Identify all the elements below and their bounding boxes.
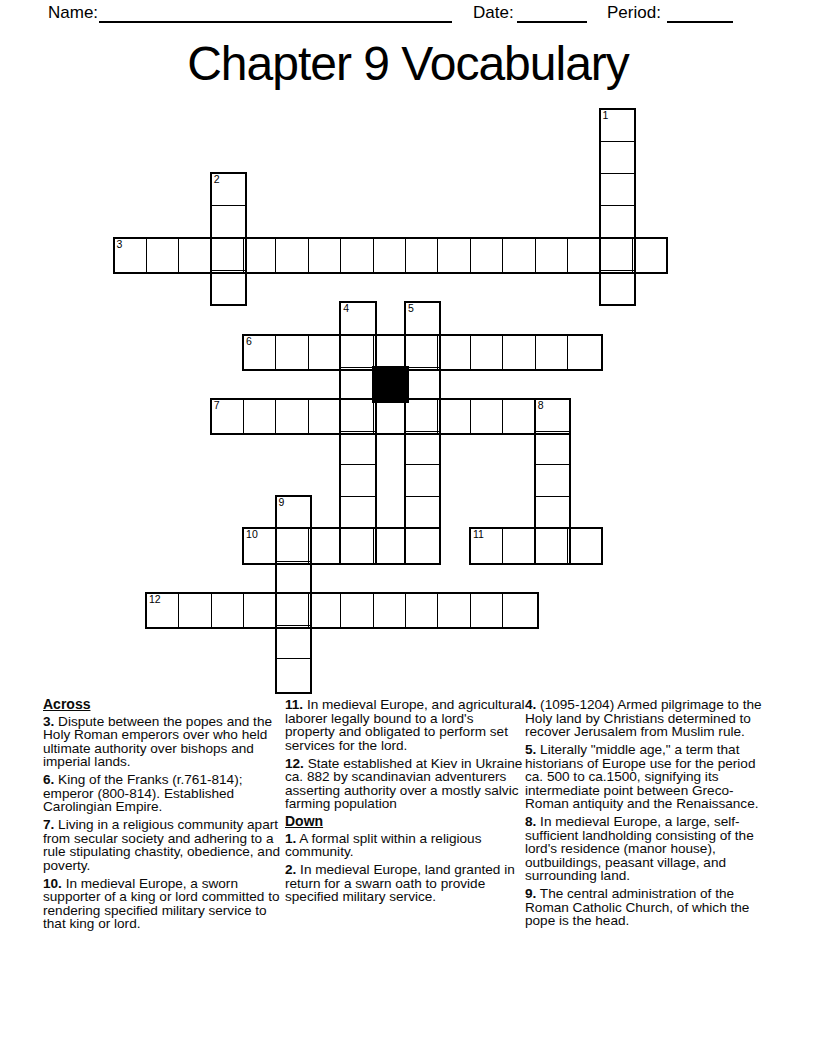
cell[interactable] bbox=[341, 432, 374, 464]
cell[interactable] bbox=[471, 239, 503, 272]
cell[interactable] bbox=[406, 465, 439, 497]
cell[interactable] bbox=[503, 594, 535, 627]
clues-column-1: Across3. Dispute between the popes and t… bbox=[43, 698, 283, 935]
cell[interactable] bbox=[244, 239, 276, 272]
clue-number: 3 bbox=[117, 239, 123, 250]
cell[interactable] bbox=[406, 336, 438, 369]
cell[interactable] bbox=[536, 432, 569, 464]
worksheet-page: Name: Date: Period: Chapter 9 Vocabulary… bbox=[0, 0, 816, 1056]
clue-12-across: 12. State established at Kiev in Ukraine… bbox=[285, 757, 525, 811]
cell[interactable] bbox=[147, 239, 179, 272]
cell[interactable] bbox=[276, 529, 308, 562]
cell[interactable] bbox=[341, 239, 373, 272]
cell[interactable] bbox=[536, 336, 568, 369]
word-10-across: 10 bbox=[242, 527, 441, 564]
cell[interactable] bbox=[406, 239, 438, 272]
cell[interactable] bbox=[568, 239, 600, 272]
cell[interactable] bbox=[309, 594, 341, 627]
clue-number: 2 bbox=[214, 174, 220, 185]
down-header: Down bbox=[285, 815, 525, 829]
clue-number-label: 7. bbox=[43, 817, 54, 832]
cell[interactable] bbox=[374, 400, 406, 433]
clue-number: 5 bbox=[408, 303, 414, 314]
clue-number: 7 bbox=[214, 400, 220, 411]
clue-8-down: 8. In medieval Europe, a large, self-suf… bbox=[525, 815, 765, 883]
cell[interactable] bbox=[341, 465, 374, 497]
cell[interactable] bbox=[374, 529, 406, 562]
cell[interactable] bbox=[277, 562, 310, 594]
cell[interactable] bbox=[309, 239, 341, 272]
cell[interactable] bbox=[438, 336, 470, 369]
cell[interactable] bbox=[374, 594, 406, 627]
cell[interactable] bbox=[568, 336, 600, 369]
cell[interactable] bbox=[277, 626, 310, 658]
clue-number: 9 bbox=[279, 497, 285, 508]
cell[interactable] bbox=[341, 400, 373, 433]
clue-number-label: 9. bbox=[525, 886, 536, 901]
cell[interactable] bbox=[536, 239, 568, 272]
cell[interactable] bbox=[471, 336, 503, 369]
clue-number: 11 bbox=[473, 529, 484, 540]
clue-7-across: 7. Living in a religious community apart… bbox=[43, 818, 283, 872]
cell[interactable] bbox=[277, 659, 310, 691]
clue-6-across: 6. King of the Franks (r.761-814); emper… bbox=[43, 773, 283, 814]
cell[interactable] bbox=[536, 529, 568, 562]
cell[interactable] bbox=[341, 497, 374, 529]
clue-number: 8 bbox=[538, 400, 544, 411]
black-cell bbox=[372, 366, 409, 403]
word-12-across: 12 bbox=[145, 592, 539, 629]
cell[interactable] bbox=[276, 336, 308, 369]
cell[interactable] bbox=[309, 400, 341, 433]
cell[interactable] bbox=[341, 336, 373, 369]
clue-3-across: 3. Dispute between the popes and the Hol… bbox=[43, 715, 283, 769]
cell[interactable] bbox=[276, 400, 308, 433]
cell[interactable] bbox=[244, 400, 276, 433]
cell[interactable] bbox=[212, 271, 245, 303]
cell[interactable] bbox=[600, 239, 632, 272]
cell[interactable] bbox=[503, 400, 535, 433]
cell[interactable] bbox=[601, 271, 634, 303]
clue-number: 4 bbox=[343, 303, 349, 314]
clue-5-down: 5. Literally "middle age," a term that h… bbox=[525, 743, 765, 811]
cell[interactable] bbox=[374, 336, 406, 369]
clue-number: 1 bbox=[603, 110, 609, 121]
clue-number-label: 12. bbox=[285, 756, 304, 771]
crossword-grid: 123456789101112 bbox=[0, 0, 816, 700]
cell[interactable] bbox=[276, 594, 308, 627]
clue-number-label: 6. bbox=[43, 772, 54, 787]
cell[interactable] bbox=[341, 529, 373, 562]
cell[interactable] bbox=[212, 206, 245, 238]
clue-1-down: 1. A formal split within a religious com… bbox=[285, 832, 525, 859]
clues-column-3: 4. (1095-1204) Armed pilgrimage to the H… bbox=[525, 698, 765, 932]
word-6-across: 6 bbox=[242, 334, 603, 371]
cell[interactable] bbox=[309, 529, 341, 562]
word-3-across: 3 bbox=[113, 237, 669, 274]
across-header: Across bbox=[43, 698, 283, 712]
clue-number-label: 1. bbox=[285, 831, 296, 846]
word-11-across: 11 bbox=[469, 527, 604, 564]
cell[interactable] bbox=[503, 239, 535, 272]
cell[interactable] bbox=[536, 465, 569, 497]
cell[interactable] bbox=[244, 594, 276, 627]
cell[interactable] bbox=[374, 239, 406, 272]
clue-number-label: 5. bbox=[525, 742, 536, 757]
cell[interactable] bbox=[406, 497, 439, 529]
cell[interactable] bbox=[471, 400, 503, 433]
cell[interactable] bbox=[406, 594, 438, 627]
cell[interactable] bbox=[438, 400, 470, 433]
word-7-across: 7 bbox=[210, 398, 571, 435]
clues-column-2: 11. In medieval Europe, and agricultural… bbox=[285, 698, 525, 908]
cell[interactable] bbox=[212, 239, 244, 272]
cell[interactable] bbox=[276, 239, 308, 272]
cell[interactable] bbox=[179, 594, 211, 627]
cell[interactable] bbox=[601, 174, 634, 206]
cell[interactable] bbox=[179, 239, 211, 272]
cell[interactable] bbox=[536, 497, 569, 529]
cell[interactable] bbox=[503, 336, 535, 369]
cell[interactable] bbox=[471, 594, 503, 627]
cell[interactable] bbox=[406, 400, 438, 433]
cell[interactable] bbox=[406, 529, 438, 562]
clue-number-label: 2. bbox=[285, 862, 296, 877]
clue-number-label: 11. bbox=[285, 697, 303, 712]
cell[interactable] bbox=[406, 368, 439, 400]
cell[interactable] bbox=[601, 206, 634, 238]
cell[interactable] bbox=[601, 142, 634, 174]
cell[interactable] bbox=[309, 336, 341, 369]
clue-10-across: 10. In medieval Europe, a sworn supporte… bbox=[43, 877, 283, 931]
clue-4-down: 4. (1095-1204) Armed pilgrimage to the H… bbox=[525, 698, 765, 739]
cell[interactable] bbox=[212, 594, 244, 627]
cell[interactable] bbox=[406, 432, 439, 464]
clue-9-down: 9. The central administration of the Rom… bbox=[525, 887, 765, 928]
clue-number-label: 10. bbox=[43, 876, 62, 891]
clue-11-across: 11. In medieval Europe, and agricultural… bbox=[285, 698, 525, 752]
clue-number-label: 4. bbox=[525, 697, 536, 712]
cell[interactable] bbox=[438, 594, 470, 627]
clue-number: 12 bbox=[149, 594, 161, 605]
clue-number: 6 bbox=[246, 336, 252, 347]
cell[interactable] bbox=[633, 239, 665, 272]
clue-number-label: 8. bbox=[525, 814, 536, 829]
clue-number: 10 bbox=[246, 529, 258, 540]
clue-number-label: 3. bbox=[43, 714, 54, 729]
word-1-down: 1 bbox=[599, 108, 636, 307]
cell[interactable] bbox=[341, 368, 374, 400]
cell[interactable] bbox=[438, 239, 470, 272]
clue-2-down: 2. In medieval Europe, land granted in r… bbox=[285, 863, 525, 904]
cell[interactable] bbox=[503, 529, 535, 562]
cell[interactable] bbox=[568, 529, 600, 562]
cell[interactable] bbox=[341, 594, 373, 627]
